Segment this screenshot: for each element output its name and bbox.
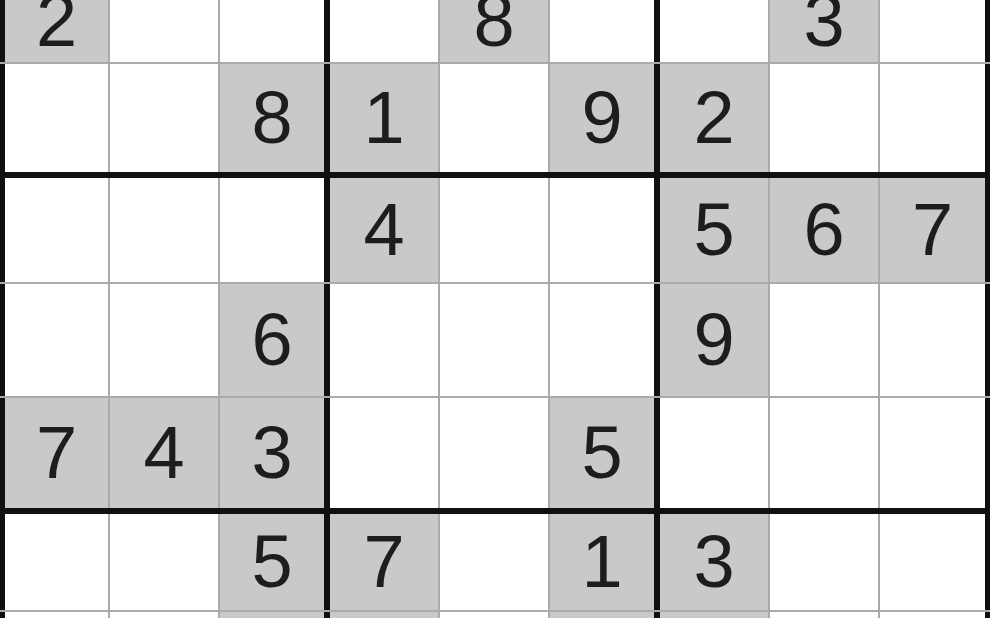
- cell-r3c5[interactable]: [440, 64, 550, 172]
- cell-r6c5[interactable]: [440, 398, 550, 508]
- board-row-5: 69: [0, 284, 990, 398]
- cell-r2c5[interactable]: 8: [440, 0, 550, 62]
- cell-r7c2[interactable]: [110, 514, 220, 610]
- cell-r8c5[interactable]: [440, 612, 550, 618]
- cell-r4c1[interactable]: [0, 178, 110, 282]
- cell-r6c8[interactable]: [770, 398, 880, 508]
- cell-r8c3[interactable]: [220, 612, 330, 618]
- cell-r2c8[interactable]: 3: [770, 0, 880, 62]
- cell-r6c4[interactable]: [330, 398, 440, 508]
- board-row-2: 283: [0, 0, 990, 64]
- cell-r8c2[interactable]: [110, 612, 220, 618]
- cell-r5c2[interactable]: [110, 284, 220, 396]
- cell-r2c2[interactable]: [110, 0, 220, 62]
- cell-r8c8[interactable]: [770, 612, 880, 618]
- cell-r4c4[interactable]: 4: [330, 178, 440, 282]
- cell-r4c3[interactable]: [220, 178, 330, 282]
- board-row-8: [0, 612, 990, 618]
- cell-r3c2[interactable]: [110, 64, 220, 172]
- cell-r4c2[interactable]: [110, 178, 220, 282]
- cell-r7c5[interactable]: [440, 514, 550, 610]
- cell-r6c2[interactable]: 4: [110, 398, 220, 508]
- cell-r3c7[interactable]: 2: [660, 64, 770, 172]
- cell-r8c4[interactable]: [330, 612, 440, 618]
- cell-r3c4[interactable]: 1: [330, 64, 440, 172]
- cell-r7c3[interactable]: 5: [220, 514, 330, 610]
- cell-r8c7[interactable]: [660, 612, 770, 618]
- cell-r7c1[interactable]: [0, 514, 110, 610]
- cell-r7c4[interactable]: 7: [330, 514, 440, 610]
- cell-r8c1[interactable]: [0, 612, 110, 618]
- cell-r2c6[interactable]: [550, 0, 660, 62]
- sudoku-board: 283819245676974355713: [0, 0, 990, 618]
- cell-r7c6[interactable]: 1: [550, 514, 660, 610]
- cell-r4c8[interactable]: 6: [770, 178, 880, 282]
- cell-r7c8[interactable]: [770, 514, 880, 610]
- cell-r6c3[interactable]: 3: [220, 398, 330, 508]
- cell-r3c9[interactable]: [880, 64, 990, 172]
- cell-r5c1[interactable]: [0, 284, 110, 396]
- cell-r5c4[interactable]: [330, 284, 440, 396]
- app-viewport: 283819245676974355713: [0, 0, 990, 618]
- cell-r4c5[interactable]: [440, 178, 550, 282]
- cell-r6c6[interactable]: 5: [550, 398, 660, 508]
- cell-r5c6[interactable]: [550, 284, 660, 396]
- cell-r8c9[interactable]: [880, 612, 990, 618]
- cell-r5c7[interactable]: 9: [660, 284, 770, 396]
- cell-r6c7[interactable]: [660, 398, 770, 508]
- cell-r2c3[interactable]: [220, 0, 330, 62]
- cell-r4c6[interactable]: [550, 178, 660, 282]
- cell-r6c9[interactable]: [880, 398, 990, 508]
- cell-r5c8[interactable]: [770, 284, 880, 396]
- cell-r3c1[interactable]: [0, 64, 110, 172]
- cell-r5c5[interactable]: [440, 284, 550, 396]
- board-row-6: 7435: [0, 398, 990, 514]
- cell-r7c7[interactable]: 3: [660, 514, 770, 610]
- cell-r4c7[interactable]: 5: [660, 178, 770, 282]
- board-row-7: 5713: [0, 514, 990, 612]
- cell-r2c1[interactable]: 2: [0, 0, 110, 62]
- cell-r5c3[interactable]: 6: [220, 284, 330, 396]
- cell-r8c6[interactable]: [550, 612, 660, 618]
- cell-r2c9[interactable]: [880, 0, 990, 62]
- cell-r7c9[interactable]: [880, 514, 990, 610]
- cell-r2c7[interactable]: [660, 0, 770, 62]
- board-row-4: 4567: [0, 178, 990, 284]
- cell-r3c3[interactable]: 8: [220, 64, 330, 172]
- board-row-3: 8192: [0, 64, 990, 178]
- cell-r6c1[interactable]: 7: [0, 398, 110, 508]
- cell-r2c4[interactable]: [330, 0, 440, 62]
- cell-r4c9[interactable]: 7: [880, 178, 990, 282]
- cell-r5c9[interactable]: [880, 284, 990, 396]
- cell-r3c8[interactable]: [770, 64, 880, 172]
- cell-r3c6[interactable]: 9: [550, 64, 660, 172]
